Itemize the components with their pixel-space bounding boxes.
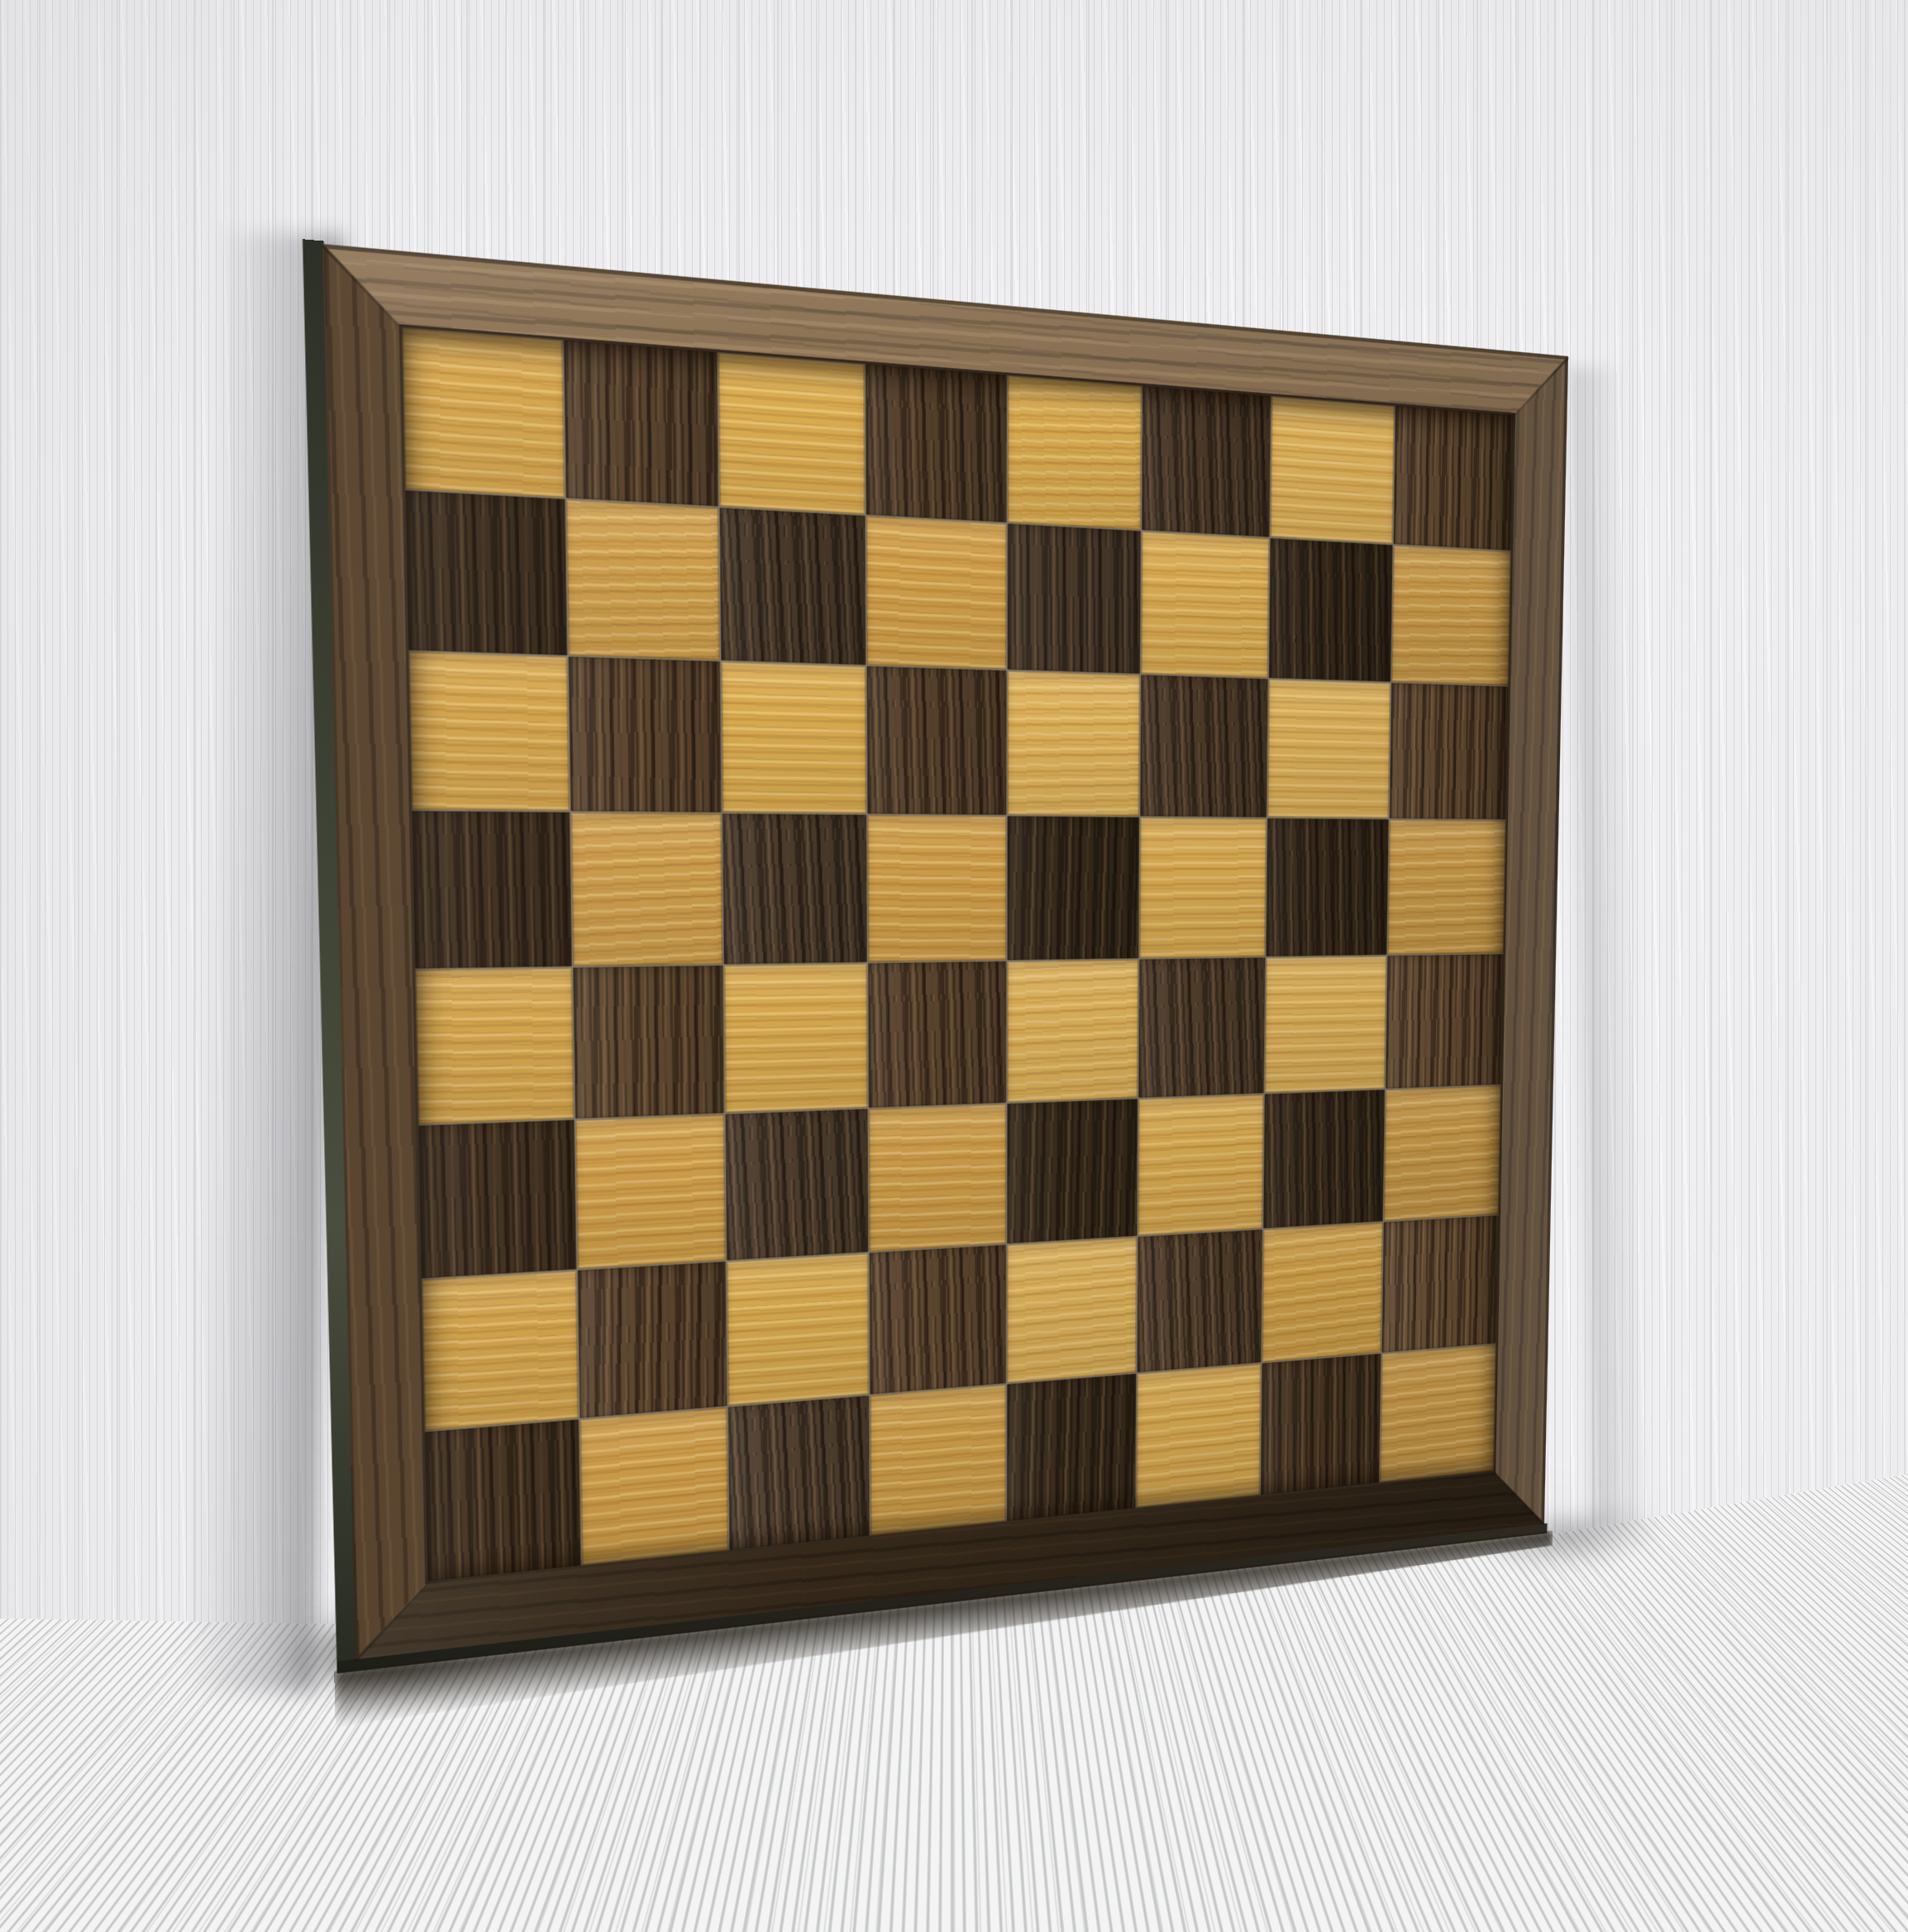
square-d1[interactable]	[871, 1384, 1005, 1535]
square-g6[interactable]	[1267, 680, 1390, 819]
square-h8[interactable]	[1394, 406, 1514, 551]
square-g4[interactable]	[1265, 956, 1387, 1093]
square-a2[interactable]	[422, 1270, 579, 1430]
square-f2[interactable]	[1137, 1229, 1262, 1372]
square-d4[interactable]	[869, 961, 1006, 1107]
square-d7[interactable]	[867, 516, 1006, 670]
square-e4[interactable]	[1007, 959, 1138, 1102]
square-c5[interactable]	[723, 814, 868, 964]
square-g8[interactable]	[1270, 396, 1394, 544]
square-g5[interactable]	[1266, 819, 1388, 956]
square-f1[interactable]	[1136, 1363, 1261, 1508]
square-c2[interactable]	[727, 1252, 870, 1405]
square-c7[interactable]	[720, 508, 866, 665]
square-e7[interactable]	[1007, 524, 1140, 675]
square-b8[interactable]	[564, 340, 718, 506]
square-g3[interactable]	[1263, 1090, 1385, 1228]
square-g2[interactable]	[1262, 1222, 1382, 1362]
square-a8[interactable]	[402, 327, 565, 498]
square-h5[interactable]	[1387, 820, 1505, 954]
square-d6[interactable]	[867, 666, 1005, 815]
square-h4[interactable]	[1386, 953, 1503, 1088]
square-b7[interactable]	[566, 499, 720, 661]
square-b1[interactable]	[580, 1407, 729, 1565]
square-g1[interactable]	[1261, 1353, 1381, 1495]
square-h7[interactable]	[1391, 546, 1510, 686]
square-f3[interactable]	[1138, 1094, 1263, 1235]
square-b3[interactable]	[575, 1114, 726, 1268]
square-e1[interactable]	[1006, 1374, 1135, 1522]
square-g7[interactable]	[1269, 538, 1393, 682]
square-c3[interactable]	[726, 1109, 869, 1260]
square-c1[interactable]	[728, 1395, 870, 1550]
square-d2[interactable]	[870, 1244, 1005, 1394]
square-f7[interactable]	[1141, 532, 1269, 679]
square-f6[interactable]	[1140, 675, 1267, 818]
square-a6[interactable]	[408, 652, 570, 812]
square-e3[interactable]	[1007, 1099, 1138, 1243]
square-d5[interactable]	[868, 815, 1005, 961]
square-f8[interactable]	[1142, 386, 1271, 537]
square-e5[interactable]	[1007, 817, 1139, 960]
square-e6[interactable]	[1007, 671, 1139, 817]
square-c6[interactable]	[722, 662, 867, 814]
square-h3[interactable]	[1384, 1085, 1501, 1220]
square-h2[interactable]	[1381, 1215, 1498, 1352]
square-c4[interactable]	[724, 963, 868, 1113]
board-grid	[399, 324, 1516, 1584]
square-b2[interactable]	[578, 1262, 727, 1418]
square-b5[interactable]	[571, 813, 723, 966]
square-d8[interactable]	[866, 364, 1006, 522]
scene	[0, 0, 1908, 1932]
square-e8[interactable]	[1007, 375, 1141, 530]
square-h1[interactable]	[1380, 1344, 1495, 1482]
square-d3[interactable]	[870, 1104, 1006, 1252]
square-e2[interactable]	[1007, 1237, 1137, 1383]
chessboard	[322, 244, 1568, 1659]
square-b4[interactable]	[574, 965, 725, 1118]
square-f5[interactable]	[1139, 818, 1266, 957]
square-f4[interactable]	[1138, 957, 1265, 1098]
square-a7[interactable]	[405, 490, 567, 656]
square-a4[interactable]	[415, 967, 574, 1124]
square-c8[interactable]	[718, 352, 866, 514]
square-a3[interactable]	[418, 1119, 576, 1278]
square-a1[interactable]	[425, 1419, 581, 1581]
square-b6[interactable]	[569, 657, 722, 813]
square-h6[interactable]	[1390, 684, 1509, 820]
square-a5[interactable]	[412, 812, 572, 968]
